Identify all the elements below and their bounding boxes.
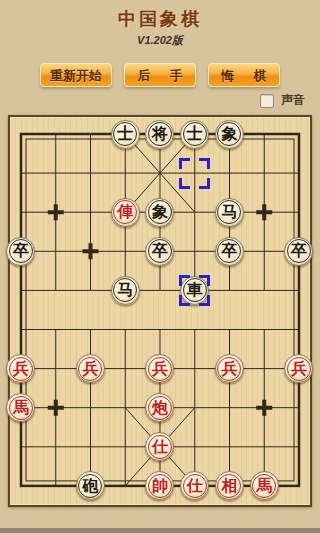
piece-glyph: 俥 xyxy=(117,204,133,220)
piece-glyph: 士 xyxy=(187,126,203,142)
bottom-bar xyxy=(0,528,320,533)
piece-glyph: 馬 xyxy=(13,400,29,416)
piece-black-chariot[interactable]: 車 xyxy=(180,276,209,305)
piece-black-cannon[interactable]: 砲 xyxy=(76,471,105,500)
piece-glyph: 馬 xyxy=(256,478,272,494)
xiangqi-board[interactable]: 士将士象俥象马卒卒卒卒马車兵兵兵兵兵馬炮仕砲帥仕相馬 xyxy=(8,115,312,507)
piece-glyph: 将 xyxy=(152,126,168,142)
pieces-layer: 士将士象俥象马卒卒卒卒马車兵兵兵兵兵馬炮仕砲帥仕相馬 xyxy=(4,114,317,505)
last-move-from-marker xyxy=(179,158,210,189)
piece-glyph: 仕 xyxy=(187,478,203,494)
piece-red-advisor[interactable]: 仕 xyxy=(180,471,209,500)
piece-glyph: 砲 xyxy=(82,478,98,494)
piece-red-advisor[interactable]: 仕 xyxy=(145,432,174,461)
piece-glyph: 卒 xyxy=(291,243,307,259)
piece-red-elephant[interactable]: 相 xyxy=(215,471,244,500)
piece-glyph: 炮 xyxy=(152,400,168,416)
toolbar: 重新开始 后 手 悔 棋 xyxy=(40,63,280,87)
play-second-button[interactable]: 后 手 xyxy=(124,63,196,87)
sound-checkbox[interactable] xyxy=(260,94,274,108)
piece-glyph: 象 xyxy=(221,126,237,142)
piece-glyph: 兵 xyxy=(152,361,168,377)
piece-glyph: 車 xyxy=(187,282,203,298)
version-label: V1.202版 xyxy=(0,33,320,48)
piece-red-chariot[interactable]: 俥 xyxy=(111,198,140,227)
piece-glyph: 兵 xyxy=(221,361,237,377)
piece-red-soldier[interactable]: 兵 xyxy=(76,354,105,383)
piece-red-cannon[interactable]: 炮 xyxy=(145,393,174,422)
piece-red-soldier[interactable]: 兵 xyxy=(6,354,35,383)
piece-glyph: 仕 xyxy=(152,439,168,455)
piece-black-horse[interactable]: 马 xyxy=(111,276,140,305)
piece-red-general[interactable]: 帥 xyxy=(145,471,174,500)
piece-glyph: 马 xyxy=(117,282,133,298)
piece-black-horse[interactable]: 马 xyxy=(215,198,244,227)
piece-glyph: 帥 xyxy=(152,478,168,494)
xiangqi-app: 中国象棋 V1.202版 重新开始 后 手 悔 棋 声音 xyxy=(0,0,320,533)
piece-glyph: 卒 xyxy=(152,243,168,259)
page-title: 中国象棋 xyxy=(0,7,320,31)
piece-glyph: 兵 xyxy=(82,361,98,377)
piece-black-elephant[interactable]: 象 xyxy=(145,198,174,227)
piece-black-elephant[interactable]: 象 xyxy=(215,120,244,149)
piece-black-advisor[interactable]: 士 xyxy=(180,120,209,149)
piece-glyph: 兵 xyxy=(13,361,29,377)
piece-glyph: 卒 xyxy=(221,243,237,259)
sound-label: 声音 xyxy=(281,92,305,109)
piece-black-general[interactable]: 将 xyxy=(145,120,174,149)
piece-black-soldier[interactable]: 卒 xyxy=(145,237,174,266)
piece-red-horse[interactable]: 馬 xyxy=(6,393,35,422)
undo-button[interactable]: 悔 棋 xyxy=(208,63,280,87)
piece-red-horse[interactable]: 馬 xyxy=(250,471,279,500)
piece-red-soldier[interactable]: 兵 xyxy=(284,354,313,383)
piece-black-soldier[interactable]: 卒 xyxy=(284,237,313,266)
piece-glyph: 马 xyxy=(221,204,237,220)
piece-glyph: 兵 xyxy=(291,361,307,377)
piece-glyph: 士 xyxy=(117,126,133,142)
restart-button[interactable]: 重新开始 xyxy=(40,63,112,87)
piece-black-soldier[interactable]: 卒 xyxy=(215,237,244,266)
piece-glyph: 卒 xyxy=(13,243,29,259)
piece-red-soldier[interactable]: 兵 xyxy=(145,354,174,383)
piece-glyph: 象 xyxy=(152,204,168,220)
piece-black-advisor[interactable]: 士 xyxy=(111,120,140,149)
piece-black-soldier[interactable]: 卒 xyxy=(6,237,35,266)
piece-glyph: 相 xyxy=(221,478,237,494)
sound-option: 声音 xyxy=(260,92,305,109)
piece-red-soldier[interactable]: 兵 xyxy=(215,354,244,383)
